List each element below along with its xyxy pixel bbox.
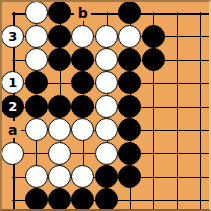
- white-stone: [25, 25, 48, 48]
- intersection-c6-r8: [118, 165, 141, 188]
- intersection-c6-r2: [118, 24, 141, 47]
- intersection-c5-r6: [95, 118, 118, 141]
- intersection-c9-r5: [188, 95, 211, 118]
- intersection-c6-r1: [118, 1, 141, 24]
- intersection-c1-r1: [1, 1, 24, 24]
- intersection-c9-r1: [188, 1, 211, 24]
- black-stone: [71, 71, 94, 94]
- numbered-black-stone-2: 2: [1, 95, 24, 118]
- intersection-c3-r3: [48, 48, 71, 71]
- black-stone: [71, 48, 94, 71]
- intersection-c1-r5: 2: [1, 95, 24, 118]
- intersection-c4-r3: [71, 48, 94, 71]
- white-stone: [48, 165, 71, 188]
- intersection-c3-r7: [48, 141, 71, 164]
- intersection-c2-r6: [24, 118, 47, 141]
- intersection-c1-r7: [1, 141, 24, 164]
- white-stone: [71, 118, 94, 141]
- intersection-c9-r6: [188, 118, 211, 141]
- black-stone: [48, 48, 71, 71]
- black-stone: [118, 71, 141, 94]
- intersection-c7-r7: [141, 141, 164, 164]
- go-board: b312a: [1, 1, 211, 211]
- intersection-c8-r2: [165, 24, 188, 47]
- white-stone: [95, 142, 118, 165]
- intersection-c2-r3: [24, 48, 47, 71]
- intersection-c2-r4: [24, 71, 47, 94]
- intersection-c9-r7: [188, 141, 211, 164]
- white-stone: [71, 165, 94, 188]
- intersection-c8-r1: [165, 1, 188, 24]
- black-stone: [48, 95, 71, 118]
- intersection-c6-r9: [118, 188, 141, 211]
- intersection-c9-r9: [188, 188, 211, 211]
- numbered-white-stone-1: 1: [1, 71, 24, 94]
- white-stone: [25, 1, 48, 24]
- intersection-c6-r6: [118, 118, 141, 141]
- intersection-c4-r4: [71, 71, 94, 94]
- intersection-c4-r9: [71, 188, 94, 211]
- intersection-c5-r3: [95, 48, 118, 71]
- black-stone: [118, 142, 141, 165]
- black-stone: [48, 188, 71, 211]
- intersection-c7-r1: [141, 1, 164, 24]
- black-stone: [95, 165, 118, 188]
- intersection-c2-r7: [24, 141, 47, 164]
- intersection-c7-r6: [141, 118, 164, 141]
- white-stone: [95, 118, 118, 141]
- intersection-c7-r2: [141, 24, 164, 47]
- white-stone: [71, 25, 94, 48]
- white-stone: [95, 95, 118, 118]
- intersection-c4-r1: b: [71, 1, 94, 24]
- black-stone: [71, 95, 94, 118]
- intersection-c8-r5: [165, 95, 188, 118]
- intersection-c3-r5: [48, 95, 71, 118]
- white-stone: [95, 71, 118, 94]
- intersection-c2-r1: [24, 1, 47, 24]
- intersection-c5-r7: [95, 141, 118, 164]
- white-stone: [25, 118, 48, 141]
- point-label-b: b: [74, 4, 91, 21]
- intersection-c7-r4: [141, 71, 164, 94]
- intersection-c3-r1: [48, 1, 71, 24]
- black-stone: [118, 118, 141, 141]
- black-stone: [118, 1, 141, 24]
- black-stone: [25, 95, 48, 118]
- point-label-a: a: [4, 121, 21, 138]
- intersection-c4-r6: [71, 118, 94, 141]
- intersection-c2-r9: [24, 188, 47, 211]
- intersection-c5-r1: [95, 1, 118, 24]
- intersection-c1-r4: 1: [1, 71, 24, 94]
- white-stone: [118, 25, 141, 48]
- black-stone: [118, 165, 141, 188]
- intersection-c4-r5: [71, 95, 94, 118]
- intersection-c5-r5: [95, 95, 118, 118]
- black-stone: [142, 48, 165, 71]
- intersection-c7-r8: [141, 165, 164, 188]
- intersection-c8-r7: [165, 141, 188, 164]
- intersection-c2-r5: [24, 95, 47, 118]
- intersection-c6-r5: [118, 95, 141, 118]
- intersection-c7-r5: [141, 95, 164, 118]
- intersection-c7-r3: [141, 48, 164, 71]
- intersection-c6-r4: [118, 71, 141, 94]
- black-stone: [118, 48, 141, 71]
- intersection-c3-r2: [48, 24, 71, 47]
- intersection-c1-r6: a: [1, 118, 24, 141]
- black-stone: [142, 25, 165, 48]
- black-stone: [71, 188, 94, 211]
- black-stone: [118, 95, 141, 118]
- intersection-c3-r6: [48, 118, 71, 141]
- white-stone: [25, 48, 48, 71]
- intersection-c9-r2: [188, 24, 211, 47]
- black-stone: [25, 71, 48, 94]
- intersection-c8-r8: [165, 165, 188, 188]
- intersection-c7-r9: [141, 188, 164, 211]
- intersection-c8-r4: [165, 71, 188, 94]
- intersection-c9-r4: [188, 71, 211, 94]
- black-stone: [48, 25, 71, 48]
- intersection-c6-r7: [118, 141, 141, 164]
- intersection-c5-r9: [95, 188, 118, 211]
- intersection-c3-r8: [48, 165, 71, 188]
- white-stone: [48, 142, 71, 165]
- intersection-c4-r2: [71, 24, 94, 47]
- black-stone: [95, 188, 118, 211]
- white-stone: [25, 165, 48, 188]
- intersection-c3-r9: [48, 188, 71, 211]
- white-stone: [1, 142, 24, 165]
- intersection-c8-r3: [165, 48, 188, 71]
- numbered-white-stone-3: 3: [1, 25, 24, 48]
- intersection-c9-r8: [188, 165, 211, 188]
- intersection-c8-r6: [165, 118, 188, 141]
- black-stone: [48, 1, 71, 24]
- white-stone: [95, 48, 118, 71]
- intersection-c4-r7: [71, 141, 94, 164]
- intersection-c5-r8: [95, 165, 118, 188]
- intersection-c4-r8: [71, 165, 94, 188]
- intersection-c5-r2: [95, 24, 118, 47]
- intersection-c5-r4: [95, 71, 118, 94]
- intersection-c3-r4: [48, 71, 71, 94]
- black-stone: [25, 188, 48, 211]
- intersection-c1-r3: [1, 48, 24, 71]
- intersection-c1-r9: [1, 188, 24, 211]
- intersection-c9-r3: [188, 48, 211, 71]
- intersection-c2-r8: [24, 165, 47, 188]
- white-stone: [95, 25, 118, 48]
- intersection-c1-r2: 3: [1, 24, 24, 47]
- intersection-c6-r3: [118, 48, 141, 71]
- intersection-c2-r2: [24, 24, 47, 47]
- go-board-diagram: b312a: [0, 0, 211, 211]
- intersection-c8-r9: [165, 188, 188, 211]
- intersection-c1-r8: [1, 165, 24, 188]
- white-stone: [48, 118, 71, 141]
